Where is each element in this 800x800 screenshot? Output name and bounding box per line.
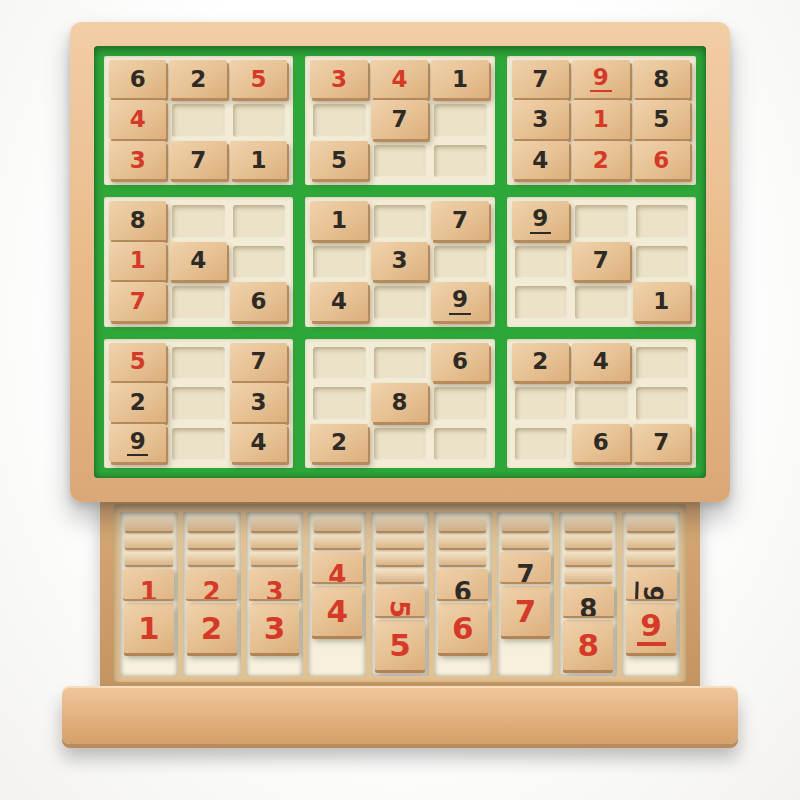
- drawer-slot-5: 55: [371, 512, 429, 676]
- drawer-tile-4-behind[interactable]: 4: [312, 552, 363, 582]
- drawer-tile-8[interactable]: 8: [563, 620, 613, 670]
- tile-digit: 5: [387, 600, 414, 616]
- stacked-tile-edge[interactable]: [502, 518, 549, 531]
- tile-digit: 4: [328, 562, 346, 582]
- stacked-tile-edge[interactable]: [188, 518, 235, 531]
- tile-digit: 7: [190, 149, 206, 172]
- tile-digit: 5: [251, 68, 267, 91]
- tile-digit: 7: [452, 209, 468, 232]
- drawer-tile-2-behind[interactable]: 2: [186, 569, 237, 599]
- cell-r4c5[interactable]: [374, 205, 426, 237]
- tile-digit: 3: [391, 249, 407, 272]
- tile-digit: 7: [251, 350, 267, 373]
- drawer-slot-3: 33: [246, 512, 304, 676]
- tile-digit: 5: [653, 108, 669, 131]
- block-2-3: 971: [507, 197, 696, 326]
- cell-r1c4[interactable]: 3: [313, 64, 365, 96]
- cell-r9c6[interactable]: [434, 428, 486, 460]
- stacked-tile-edge[interactable]: [627, 518, 674, 531]
- tile-7-r6c1[interactable]: 7: [109, 282, 166, 320]
- stacked-tile-edge[interactable]: [188, 552, 235, 565]
- stacked-tile-edge[interactable]: [251, 552, 298, 565]
- cell-r7c4[interactable]: [313, 347, 365, 379]
- tile-digit: 3: [130, 149, 146, 172]
- tile-2-r3c8[interactable]: 2: [572, 141, 629, 179]
- stacked-tile-edge[interactable]: [439, 552, 486, 565]
- block-2-2: 17349: [305, 197, 494, 326]
- tile-7-r4c6[interactable]: 7: [431, 201, 488, 239]
- drawer-tile-1[interactable]: 1: [124, 603, 174, 653]
- tile-digit: 5: [331, 149, 347, 172]
- cell-r3c7[interactable]: 4: [515, 145, 567, 177]
- stacked-tile-edge[interactable]: [502, 535, 549, 548]
- drawer-tile-3-behind[interactable]: 3: [249, 569, 300, 599]
- tile-digit: 3: [331, 68, 347, 91]
- drawer-tile-6[interactable]: 6: [438, 603, 488, 653]
- drawer-tile-6-behind[interactable]: 6: [437, 569, 488, 599]
- drawer-slot-9: 99: [622, 512, 680, 676]
- tile-digit: 9: [637, 610, 666, 647]
- block-1-1: 6254371: [104, 56, 293, 185]
- cell-r9c3[interactable]: 4: [233, 428, 285, 460]
- cell-r5c9[interactable]: [636, 246, 688, 278]
- cell-r8c1[interactable]: 2: [112, 387, 164, 419]
- cell-r6c9[interactable]: 1: [636, 286, 688, 318]
- cell-r1c5[interactable]: 4: [374, 64, 426, 96]
- tile-9-r6c6[interactable]: 9: [431, 282, 488, 320]
- tile-4-r3c7[interactable]: 4: [512, 141, 569, 179]
- tile-digit: 9: [449, 288, 471, 314]
- drawer-slots: 112233445566778899: [120, 512, 680, 676]
- drawer-tile-3[interactable]: 3: [250, 603, 300, 653]
- tile-digit: 4: [326, 596, 348, 627]
- cell-r6c3[interactable]: 6: [233, 286, 285, 318]
- block-3-3: 2467: [507, 339, 696, 468]
- tile-digit: 6: [454, 579, 472, 599]
- tile-digit: 1: [331, 209, 347, 232]
- tile-digit: 3: [264, 613, 286, 644]
- drawer-tile-7-behind[interactable]: 7: [500, 552, 551, 582]
- tile-digit: 3: [265, 579, 283, 599]
- cell-r1c6[interactable]: 1: [434, 64, 486, 96]
- tile-9-r9c1[interactable]: 9: [109, 424, 166, 462]
- tile-8-r8c5[interactable]: 8: [371, 383, 428, 421]
- tile-digit: 3: [251, 391, 267, 414]
- tile-1-r3c3[interactable]: 1: [230, 141, 287, 179]
- tile-5-r2c9[interactable]: 5: [633, 100, 690, 138]
- cell-r4c8[interactable]: [575, 205, 627, 237]
- stacked-tile-edge[interactable]: [314, 518, 361, 531]
- cell-r4c2[interactable]: [172, 205, 224, 237]
- cell-r3c9[interactable]: 6: [636, 145, 688, 177]
- cell-r6c6[interactable]: 9: [434, 286, 486, 318]
- tile-1-r6c9[interactable]: 1: [633, 282, 690, 320]
- tile-digit: 4: [251, 431, 267, 454]
- tile-digit: 1: [138, 613, 160, 644]
- tile-digit: 9: [590, 66, 612, 92]
- tile-5-r3c4[interactable]: 5: [310, 141, 367, 179]
- drawer-tile-4[interactable]: 4: [312, 586, 362, 636]
- cell-r5c7[interactable]: [515, 246, 567, 278]
- cell-r4c4[interactable]: 1: [313, 205, 365, 237]
- tile-digit: 8: [579, 596, 597, 616]
- tile-digit: 1: [452, 68, 468, 91]
- stacked-tile-edge[interactable]: [565, 518, 612, 531]
- stacked-tile-edge[interactable]: [376, 569, 423, 582]
- tile-7-r7c3[interactable]: 7: [230, 343, 287, 381]
- tile-4-r7c8[interactable]: 4: [572, 343, 629, 381]
- cell-r3c4[interactable]: 5: [313, 145, 365, 177]
- tile-digit: 1: [251, 149, 267, 172]
- tile-4-r9c3[interactable]: 4: [230, 424, 287, 462]
- cell-r2c5[interactable]: 7: [374, 104, 426, 136]
- drawer-interior: 112233445566778899: [114, 504, 686, 682]
- sudoku-board: 6254371341757983154268147617349971572394…: [94, 46, 706, 478]
- drawer-slot-6: 66: [434, 512, 492, 676]
- cell-r8c3[interactable]: 3: [233, 387, 285, 419]
- drawer-slot-7: 77: [497, 512, 555, 676]
- stacked-tile-edge[interactable]: [376, 518, 423, 531]
- tile-digit: 9: [635, 582, 666, 599]
- tile-3-r8c3[interactable]: 3: [230, 383, 287, 421]
- block-1-2: 34175: [305, 56, 494, 185]
- tile-3-r5c5[interactable]: 3: [371, 242, 428, 280]
- tile-3-r2c7[interactable]: 3: [512, 100, 569, 138]
- tile-2-r7c7[interactable]: 2: [512, 343, 569, 381]
- cell-r5c1[interactable]: 1: [112, 246, 164, 278]
- tile-digit: 1: [140, 579, 158, 599]
- drawer-front-handle[interactable]: [62, 686, 738, 744]
- tile-8-r1c9[interactable]: 8: [633, 60, 690, 98]
- stacked-tile-edge[interactable]: [376, 552, 423, 565]
- cell-r2c1[interactable]: 4: [112, 104, 164, 136]
- tile-digit: 4: [190, 249, 206, 272]
- cell-r9c8[interactable]: 6: [575, 428, 627, 460]
- cell-r7c5[interactable]: [374, 347, 426, 379]
- stacked-tile-edge[interactable]: [125, 518, 172, 531]
- stacked-tile-edge[interactable]: [188, 535, 235, 548]
- cell-r7c9[interactable]: [636, 347, 688, 379]
- cell-r3c1[interactable]: 3: [112, 145, 164, 177]
- tile-2-r9c4[interactable]: 2: [310, 424, 367, 462]
- drawer-tile-2[interactable]: 2: [187, 603, 237, 653]
- cell-r1c3[interactable]: 5: [233, 64, 285, 96]
- tile-1-r1c6[interactable]: 1: [431, 60, 488, 98]
- cell-r1c7[interactable]: 7: [515, 64, 567, 96]
- cell-r5c3[interactable]: [233, 246, 285, 278]
- cell-r2c8[interactable]: 1: [575, 104, 627, 136]
- tile-digit: 7: [130, 290, 146, 313]
- stacked-tile-edge[interactable]: [125, 552, 172, 565]
- tile-digit: 6: [452, 613, 474, 644]
- cell-r5c5[interactable]: 3: [374, 246, 426, 278]
- block-3-2: 682: [305, 339, 494, 468]
- cell-r3c2[interactable]: 7: [172, 145, 224, 177]
- cell-r6c8[interactable]: [575, 286, 627, 318]
- tile-digit: 4: [532, 149, 548, 172]
- stacked-tile-edge[interactable]: [376, 535, 423, 548]
- tile-digit: 4: [593, 350, 609, 373]
- drawer-slot-1: 11: [120, 512, 178, 676]
- tile-digit: 8: [391, 391, 407, 414]
- cell-r8c2[interactable]: [172, 387, 224, 419]
- stacked-tile-edge[interactable]: [627, 552, 674, 565]
- stacked-tile-edge[interactable]: [125, 535, 172, 548]
- cell-r7c6[interactable]: 6: [434, 347, 486, 379]
- cell-r2c4[interactable]: [313, 104, 365, 136]
- stacked-tile-edge[interactable]: [565, 552, 612, 565]
- cell-r1c9[interactable]: 8: [636, 64, 688, 96]
- tile-digit: 4: [391, 68, 407, 91]
- tile-digit: 3: [532, 108, 548, 131]
- cell-r7c8[interactable]: 4: [575, 347, 627, 379]
- tile-5-r7c1[interactable]: 5: [109, 343, 166, 381]
- drawer-tile-9[interactable]: 9: [626, 603, 676, 653]
- cell-r4c1[interactable]: 8: [112, 205, 164, 237]
- tile-digit: 1: [653, 290, 669, 313]
- tile-drawer: 112233445566778899: [100, 494, 700, 694]
- cell-r3c8[interactable]: 2: [575, 145, 627, 177]
- tile-digit: 2: [331, 431, 347, 454]
- drawer-slot-8: 88: [559, 512, 617, 676]
- tile-digit: 8: [578, 630, 600, 661]
- cell-r2c7[interactable]: 3: [515, 104, 567, 136]
- tile-6-r7c6[interactable]: 6: [431, 343, 488, 381]
- cell-r7c1[interactable]: 5: [112, 347, 164, 379]
- tile-digit: 6: [593, 431, 609, 454]
- block-2-1: 81476: [104, 197, 293, 326]
- tile-6-r9c8[interactable]: 6: [572, 424, 629, 462]
- cell-r3c3[interactable]: 1: [233, 145, 285, 177]
- stacked-tile-edge[interactable]: [439, 535, 486, 548]
- cell-r9c9[interactable]: 7: [636, 428, 688, 460]
- tile-5-r1c3[interactable]: 5: [230, 60, 287, 98]
- stacked-tile-edge[interactable]: [314, 535, 361, 548]
- cell-r6c7[interactable]: [515, 286, 567, 318]
- drawer-tile-1-behind[interactable]: 1: [123, 569, 174, 599]
- cell-r5c8[interactable]: 7: [575, 246, 627, 278]
- cell-r7c7[interactable]: 2: [515, 347, 567, 379]
- stacked-tile-edge[interactable]: [439, 518, 486, 531]
- tile-digit: 4: [130, 108, 146, 131]
- tile-digit: 1: [130, 249, 146, 272]
- tile-3-r1c4[interactable]: 3: [310, 60, 367, 98]
- cell-r4c3[interactable]: [233, 205, 285, 237]
- tile-digit: 7: [391, 108, 407, 131]
- tile-digit: 7: [515, 596, 537, 627]
- cell-r9c5[interactable]: [374, 428, 426, 460]
- tile-4-r1c5[interactable]: 4: [371, 60, 428, 98]
- tile-4-r5c2[interactable]: 4: [169, 242, 226, 280]
- cell-r8c5[interactable]: 8: [374, 387, 426, 419]
- cell-r7c3[interactable]: 7: [233, 347, 285, 379]
- tile-1-r4c4[interactable]: 1: [310, 201, 367, 239]
- block-1-3: 798315426: [507, 56, 696, 185]
- cell-r1c8[interactable]: 9: [575, 64, 627, 96]
- tile-7-r2c5[interactable]: 7: [371, 100, 428, 138]
- tile-8-r4c1[interactable]: 8: [109, 201, 166, 239]
- tile-digit: 2: [532, 350, 548, 373]
- stacked-tile-edge[interactable]: [627, 535, 674, 548]
- sudoku-grid: 6254371341757983154268147617349971572394…: [104, 56, 696, 468]
- tile-digit: 8: [130, 209, 146, 232]
- tile-7-r1c7[interactable]: 7: [512, 60, 569, 98]
- tile-9-r1c8[interactable]: 9: [572, 60, 629, 98]
- drawer-slot-2: 22: [183, 512, 241, 676]
- drawer-slot-4: 44: [308, 512, 366, 676]
- tile-digit: 6: [653, 149, 669, 172]
- cell-r8c7[interactable]: [515, 387, 567, 419]
- tile-digit: 1: [593, 108, 609, 131]
- tile-7-r9c9[interactable]: 7: [633, 424, 690, 462]
- cell-r7c2[interactable]: [172, 347, 224, 379]
- tile-digit: 7: [517, 562, 535, 582]
- stacked-tile-edge[interactable]: [251, 518, 298, 531]
- cell-r2c9[interactable]: 5: [636, 104, 688, 136]
- drawer-tile-8-behind[interactable]: 8: [563, 586, 614, 616]
- stacked-tile-edge[interactable]: [251, 535, 298, 548]
- tile-6-r6c3[interactable]: 6: [230, 282, 287, 320]
- cell-r6c2[interactable]: [172, 286, 224, 318]
- tile-digit: 9: [127, 430, 149, 456]
- tile-3-r3c1[interactable]: 3: [109, 141, 166, 179]
- cell-r3c5[interactable]: [374, 145, 426, 177]
- tile-6-r3c9[interactable]: 6: [633, 141, 690, 179]
- tile-digit: 2: [593, 149, 609, 172]
- drawer-tile-9-behind[interactable]: 9: [626, 569, 677, 599]
- tile-7-r3c2[interactable]: 7: [169, 141, 226, 179]
- tile-digit: 7: [532, 68, 548, 91]
- tile-1-r2c8[interactable]: 1: [572, 100, 629, 138]
- tile-4-r6c4[interactable]: 4: [310, 282, 367, 320]
- cell-r2c3[interactable]: [233, 104, 285, 136]
- cell-r8c6[interactable]: [434, 387, 486, 419]
- tile-digit: 6: [251, 290, 267, 313]
- cell-r6c5[interactable]: [374, 286, 426, 318]
- tile-4-r2c1[interactable]: 4: [109, 100, 166, 138]
- tile-7-r5c8[interactable]: 7: [572, 242, 629, 280]
- cell-r5c2[interactable]: 4: [172, 246, 224, 278]
- tile-digit: 2: [190, 68, 206, 91]
- tile-6-r1c1[interactable]: 6: [109, 60, 166, 98]
- cell-r4c7[interactable]: 9: [515, 205, 567, 237]
- tile-digit: 2: [130, 391, 146, 414]
- cell-r5c4[interactable]: [313, 246, 365, 278]
- tile-digit: 6: [452, 350, 468, 373]
- cell-r2c6[interactable]: [434, 104, 486, 136]
- tile-digit: 7: [593, 249, 609, 272]
- drawer-tile-5[interactable]: 5: [375, 620, 425, 670]
- board-frame: 6254371341757983154268147617349971572394…: [70, 22, 730, 502]
- cell-r9c4[interactable]: 2: [313, 428, 365, 460]
- cell-r1c2[interactable]: 2: [172, 64, 224, 96]
- tile-digit: 6: [130, 68, 146, 91]
- stacked-tile-edge[interactable]: [565, 535, 612, 548]
- cell-r6c4[interactable]: 4: [313, 286, 365, 318]
- cell-r9c7[interactable]: [515, 428, 567, 460]
- cell-r8c9[interactable]: [636, 387, 688, 419]
- tile-digit: 2: [203, 579, 221, 599]
- tile-9-r4c7[interactable]: 9: [512, 201, 569, 239]
- tile-digit: 2: [201, 613, 223, 644]
- cell-r4c6[interactable]: 7: [434, 205, 486, 237]
- tile-digit: 5: [130, 350, 146, 373]
- block-3-1: 572394: [104, 339, 293, 468]
- wooden-sudoku-set: 6254371341757983154268147617349971572394…: [0, 0, 800, 800]
- cell-r8c4[interactable]: [313, 387, 365, 419]
- cell-r1c1[interactable]: 6: [112, 64, 164, 96]
- cell-r4c9[interactable]: [636, 205, 688, 237]
- cell-r5c6[interactable]: [434, 246, 486, 278]
- cell-r6c1[interactable]: 7: [112, 286, 164, 318]
- tile-2-r1c2[interactable]: 2: [169, 60, 226, 98]
- cell-r3c6[interactable]: [434, 145, 486, 177]
- tile-digit: 8: [653, 68, 669, 91]
- tile-digit: 9: [530, 207, 552, 233]
- cell-r8c8[interactable]: [575, 387, 627, 419]
- drawer-tile-5-behind[interactable]: 5: [375, 586, 426, 616]
- tile-digit: 4: [331, 290, 347, 313]
- drawer-tile-7[interactable]: 7: [501, 586, 551, 636]
- tile-digit: 5: [389, 630, 411, 661]
- tile-2-r8c1[interactable]: 2: [109, 383, 166, 421]
- tile-digit: 7: [653, 431, 669, 454]
- cell-r9c2[interactable]: [172, 428, 224, 460]
- cell-r2c2[interactable]: [172, 104, 224, 136]
- cell-r9c1[interactable]: 9: [112, 428, 164, 460]
- tile-1-r5c1[interactable]: 1: [109, 242, 166, 280]
- stacked-tile-edge[interactable]: [565, 569, 612, 582]
